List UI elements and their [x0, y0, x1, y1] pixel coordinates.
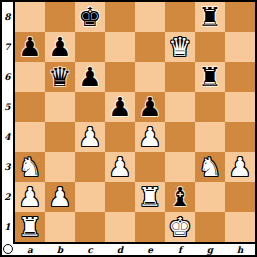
square-b3[interactable]	[45, 152, 75, 182]
piece-white-pawn[interactable]: ♟	[228, 152, 251, 182]
square-d5[interactable]: ♟	[105, 92, 135, 122]
piece-black-rook[interactable]: ♜	[198, 2, 221, 32]
square-g8[interactable]: ♜	[195, 2, 225, 32]
square-f7[interactable]: ♛	[165, 32, 195, 62]
square-e5[interactable]: ♟	[135, 92, 165, 122]
square-h6[interactable]	[225, 62, 255, 92]
square-h5[interactable]	[225, 92, 255, 122]
square-b4[interactable]	[45, 122, 75, 152]
piece-white-knight[interactable]: ♞	[198, 152, 221, 182]
square-d8[interactable]	[105, 2, 135, 32]
square-g5[interactable]	[195, 92, 225, 122]
square-e1[interactable]	[135, 212, 165, 242]
square-d2[interactable]	[105, 182, 135, 212]
square-b2[interactable]: ♟	[45, 182, 75, 212]
square-f8[interactable]	[165, 2, 195, 32]
file-label-b: b	[45, 244, 75, 255]
square-d7[interactable]	[105, 32, 135, 62]
square-f1[interactable]: ♚	[165, 212, 195, 242]
rank-labels: 87654321	[2, 2, 13, 242]
square-e6[interactable]	[135, 62, 165, 92]
square-h1[interactable]	[225, 212, 255, 242]
square-e7[interactable]	[135, 32, 165, 62]
file-label-d: d	[105, 244, 135, 255]
rank-label-4: 4	[2, 122, 13, 152]
square-a8[interactable]	[15, 2, 45, 32]
square-d4[interactable]	[105, 122, 135, 152]
square-c5[interactable]	[75, 92, 105, 122]
piece-black-pawn[interactable]: ♟	[48, 32, 71, 62]
piece-black-king[interactable]: ♚	[78, 2, 101, 32]
square-g6[interactable]: ♜	[195, 62, 225, 92]
rank-label-7: 7	[2, 32, 13, 62]
rank-label-5: 5	[2, 92, 13, 122]
square-f6[interactable]	[165, 62, 195, 92]
file-label-h: h	[225, 244, 255, 255]
square-e8[interactable]	[135, 2, 165, 32]
square-h3[interactable]: ♟	[225, 152, 255, 182]
square-a3[interactable]: ♞	[15, 152, 45, 182]
piece-white-knight[interactable]: ♞	[18, 152, 41, 182]
square-b7[interactable]: ♟	[45, 32, 75, 62]
square-g4[interactable]	[195, 122, 225, 152]
piece-black-pawn[interactable]: ♟	[108, 92, 131, 122]
rank-label-1: 1	[2, 212, 13, 242]
square-b5[interactable]	[45, 92, 75, 122]
square-a7[interactable]: ♟	[15, 32, 45, 62]
file-label-e: e	[135, 244, 165, 255]
rank-label-3: 3	[2, 152, 13, 182]
square-e2[interactable]: ♜	[135, 182, 165, 212]
square-h8[interactable]	[225, 2, 255, 32]
file-label-f: f	[165, 244, 195, 255]
file-label-g: g	[195, 244, 225, 255]
square-e4[interactable]: ♟	[135, 122, 165, 152]
square-f5[interactable]	[165, 92, 195, 122]
piece-black-rook[interactable]: ♜	[198, 62, 221, 92]
piece-white-pawn[interactable]: ♟	[108, 152, 131, 182]
chess-board: ♚♜♟♟♛♛♟♜♟♟♟♟♞♟♞♟♟♟♜♝♜♚	[13, 2, 255, 244]
square-a2[interactable]: ♟	[15, 182, 45, 212]
square-c7[interactable]	[75, 32, 105, 62]
square-f2[interactable]: ♝	[165, 182, 195, 212]
square-e3[interactable]	[135, 152, 165, 182]
chess-diagram: 87654321 ♚♜♟♟♛♛♟♜♟♟♟♟♞♟♞♟♟♟♜♝♜♚ abcdefgh	[0, 0, 257, 257]
square-h4[interactable]	[225, 122, 255, 152]
square-g1[interactable]	[195, 212, 225, 242]
piece-white-rook[interactable]: ♜	[138, 182, 161, 212]
square-a5[interactable]	[15, 92, 45, 122]
square-f3[interactable]	[165, 152, 195, 182]
square-g3[interactable]: ♞	[195, 152, 225, 182]
piece-white-rook[interactable]: ♜	[18, 212, 41, 242]
rank-label-8: 8	[2, 2, 13, 32]
piece-black-pawn[interactable]: ♟	[138, 92, 161, 122]
piece-black-queen[interactable]: ♛	[48, 62, 71, 92]
square-b6[interactable]: ♛	[45, 62, 75, 92]
square-g2[interactable]	[195, 182, 225, 212]
piece-black-bishop[interactable]: ♝	[168, 182, 191, 212]
square-d6[interactable]	[105, 62, 135, 92]
piece-white-king[interactable]: ♚	[168, 212, 191, 242]
square-c1[interactable]	[75, 212, 105, 242]
square-h2[interactable]	[225, 182, 255, 212]
square-b1[interactable]	[45, 212, 75, 242]
square-a6[interactable]	[15, 62, 45, 92]
square-b8[interactable]	[45, 2, 75, 32]
piece-white-pawn[interactable]: ♟	[48, 182, 71, 212]
square-f4[interactable]	[165, 122, 195, 152]
square-c6[interactable]: ♟	[75, 62, 105, 92]
rank-label-6: 6	[2, 62, 13, 92]
square-g7[interactable]	[195, 32, 225, 62]
square-d1[interactable]	[105, 212, 135, 242]
piece-white-pawn[interactable]: ♟	[138, 122, 161, 152]
piece-white-pawn[interactable]: ♟	[78, 122, 101, 152]
square-c4[interactable]: ♟	[75, 122, 105, 152]
piece-white-pawn[interactable]: ♟	[18, 182, 41, 212]
piece-black-pawn[interactable]: ♟	[78, 62, 101, 92]
file-label-a: a	[15, 244, 45, 255]
square-c8[interactable]: ♚	[75, 2, 105, 32]
file-label-c: c	[75, 244, 105, 255]
file-labels: abcdefgh	[15, 244, 255, 255]
square-h7[interactable]	[225, 32, 255, 62]
square-a1[interactable]: ♜	[15, 212, 45, 242]
square-a4[interactable]	[15, 122, 45, 152]
piece-white-queen[interactable]: ♛	[168, 32, 191, 62]
square-c3[interactable]	[75, 152, 105, 182]
piece-black-pawn[interactable]: ♟	[18, 32, 41, 62]
white-to-move-indicator	[3, 244, 13, 254]
square-d3[interactable]: ♟	[105, 152, 135, 182]
square-c2[interactable]	[75, 182, 105, 212]
rank-label-2: 2	[2, 182, 13, 212]
